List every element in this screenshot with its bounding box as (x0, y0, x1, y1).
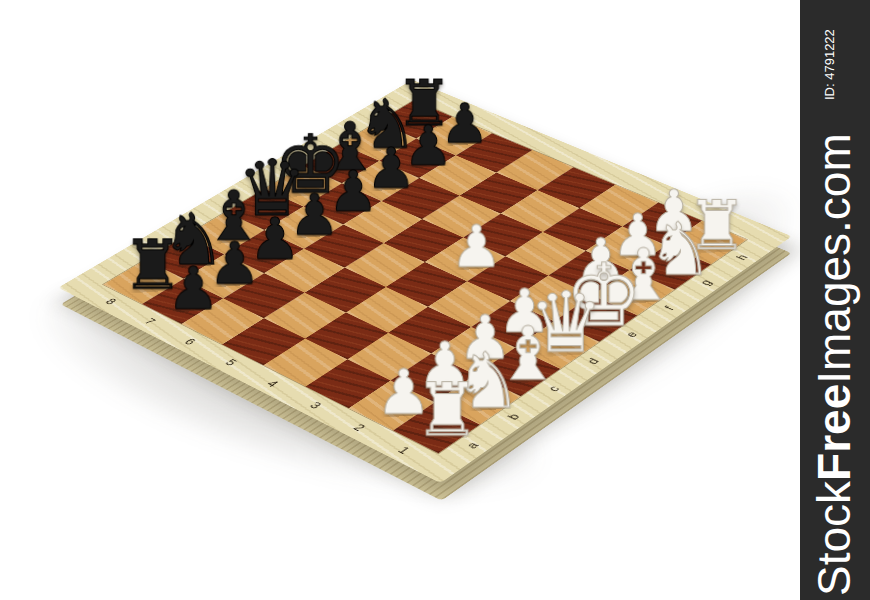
chess-board-3d: ♜♞♝♛♚♝♞♜♟♟♟♟♟♟♟♟♟♟♟♟♟♟♟♟♜♞♝♛♚♝♞♜ 1234567… (58, 80, 792, 483)
watermark-site-bold: Free (808, 384, 860, 481)
file-label-f: f (661, 304, 676, 311)
piece-black-pawn-h7: ♟ (440, 96, 489, 151)
file-label-g: g (697, 278, 715, 287)
watermark-image-id: ID: 4791222 (822, 29, 837, 100)
watermark-site-suffix: Images.com (808, 133, 860, 384)
rank-label-7: 7 (141, 316, 158, 326)
watermark-site-prefix: Stock (808, 481, 860, 596)
file-label-b: b (504, 411, 522, 421)
rank-label-4: 4 (264, 378, 282, 389)
rank-label-1: 1 (395, 444, 413, 455)
rank-label-5: 5 (222, 357, 240, 367)
rank-label-3: 3 (306, 400, 324, 411)
board-grid: ♜♞♝♛♚♝♞♜♟♟♟♟♟♟♟♟♟♟♟♟♟♟♟♟♜♞♝♛♚♝♞♜ (103, 100, 746, 453)
watermark-site-name: StockFreeImages.com (807, 133, 861, 596)
watermark-bar: ID: 4791222 StockFreeImages.com (800, 0, 870, 600)
file-label-c: c (545, 384, 563, 394)
board-frame: ♜♞♝♛♚♝♞♜♟♟♟♟♟♟♟♟♟♟♟♟♟♟♟♟♜♞♝♛♚♝♞♜ 1234567… (58, 80, 792, 483)
rank-label-2: 2 (350, 422, 368, 433)
file-label-d: d (584, 356, 602, 366)
file-label-a: a (463, 440, 482, 450)
stock-photo-canvas: ♜♞♝♛♚♝♞♜♟♟♟♟♟♟♟♟♟♟♟♟♟♟♟♟♜♞♝♛♚♝♞♜ 1234567… (0, 0, 870, 600)
piece-white-rook-h1: ♜ (686, 192, 747, 260)
rank-label-8: 8 (102, 296, 119, 306)
file-label-e: e (622, 330, 640, 339)
file-label-h: h (733, 253, 751, 262)
rank-label-6: 6 (181, 336, 198, 346)
